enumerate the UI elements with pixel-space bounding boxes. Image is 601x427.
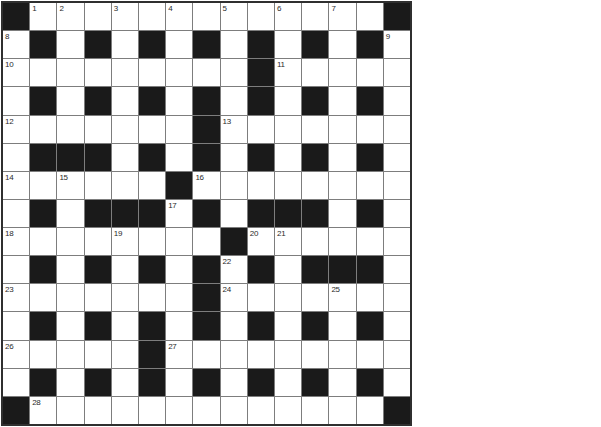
white-cell-r2c1[interactable] (30, 59, 56, 86)
block-cell-r3c1 (30, 87, 56, 114)
white-cell-r0c4[interactable]: 3 (112, 3, 138, 30)
white-cell-r13c2[interactable] (57, 369, 83, 396)
block-cell-r11c11 (302, 312, 328, 339)
clue-number-27: 27 (168, 341, 176, 352)
block-cell-r1c9 (248, 31, 274, 58)
white-cell-r4c1[interactable] (30, 116, 56, 143)
white-cell-r12c9[interactable] (248, 341, 274, 368)
block-cell-r7c7 (193, 200, 219, 227)
white-cell-r3c12[interactable] (329, 87, 355, 114)
white-cell-r4c8[interactable]: 13 (221, 116, 247, 143)
white-cell-r8c11[interactable] (302, 228, 328, 255)
white-cell-r3c14[interactable] (384, 87, 410, 114)
white-cell-r9c0[interactable] (3, 256, 29, 283)
white-cell-r1c4[interactable] (112, 31, 138, 58)
white-cell-r10c6[interactable] (166, 284, 192, 311)
white-cell-r10c14[interactable] (384, 284, 410, 311)
white-cell-r6c9[interactable] (248, 172, 274, 199)
white-cell-r8c5[interactable] (139, 228, 165, 255)
white-cell-r6c5[interactable] (139, 172, 165, 199)
white-cell-r2c11[interactable] (302, 59, 328, 86)
white-cell-r1c6[interactable] (166, 31, 192, 58)
white-cell-r13c4[interactable] (112, 369, 138, 396)
white-cell-r10c10[interactable] (275, 284, 301, 311)
clue-number-17: 17 (168, 200, 176, 211)
white-cell-r12c14[interactable] (384, 341, 410, 368)
block-cell-r13c7 (193, 369, 219, 396)
white-cell-r0c10[interactable]: 6 (275, 3, 301, 30)
white-cell-r7c2[interactable] (57, 200, 83, 227)
white-cell-r10c1[interactable] (30, 284, 56, 311)
block-cell-r9c5 (139, 256, 165, 283)
clue-number-19: 19 (114, 228, 122, 239)
white-cell-r10c9[interactable] (248, 284, 274, 311)
white-cell-r8c2[interactable] (57, 228, 83, 255)
block-cell-r7c9 (248, 200, 274, 227)
white-cell-r5c0[interactable] (3, 144, 29, 171)
white-cell-r14c8[interactable] (221, 397, 247, 424)
white-cell-r3c6[interactable] (166, 87, 192, 114)
white-cell-r1c14[interactable]: 9 (384, 31, 410, 58)
white-cell-r10c5[interactable] (139, 284, 165, 311)
white-cell-r6c10[interactable] (275, 172, 301, 199)
block-cell-r13c1 (30, 369, 56, 396)
white-cell-r2c6[interactable] (166, 59, 192, 86)
white-cell-r0c5[interactable] (139, 3, 165, 30)
white-cell-r13c10[interactable] (275, 369, 301, 396)
white-cell-r14c10[interactable] (275, 397, 301, 424)
white-cell-r8c12[interactable] (329, 228, 355, 255)
white-cell-r6c0[interactable]: 14 (3, 172, 29, 199)
white-cell-r14c13[interactable] (357, 397, 383, 424)
white-cell-r9c8[interactable]: 22 (221, 256, 247, 283)
white-cell-r13c0[interactable] (3, 369, 29, 396)
block-cell-r13c9 (248, 369, 274, 396)
white-cell-r2c7[interactable] (193, 59, 219, 86)
white-cell-r6c1[interactable] (30, 172, 56, 199)
block-cell-r5c7 (193, 144, 219, 171)
white-cell-r11c4[interactable] (112, 312, 138, 339)
white-cell-r7c6[interactable]: 17 (166, 200, 192, 227)
white-cell-r14c2[interactable] (57, 397, 83, 424)
white-cell-r2c8[interactable] (221, 59, 247, 86)
block-cell-r5c13 (357, 144, 383, 171)
clue-number-26: 26 (5, 341, 13, 352)
white-cell-r4c3[interactable] (85, 116, 111, 143)
block-cell-r3c13 (357, 87, 383, 114)
white-cell-r1c10[interactable] (275, 31, 301, 58)
white-cell-r5c4[interactable] (112, 144, 138, 171)
white-cell-r12c12[interactable] (329, 341, 355, 368)
white-cell-r0c6[interactable]: 4 (166, 3, 192, 30)
white-cell-r4c2[interactable] (57, 116, 83, 143)
white-cell-r3c4[interactable] (112, 87, 138, 114)
white-cell-r8c3[interactable] (85, 228, 111, 255)
clue-number-7: 7 (331, 3, 335, 14)
clue-number-1: 1 (32, 3, 36, 14)
white-cell-r13c12[interactable] (329, 369, 355, 396)
block-cell-r10c7 (193, 284, 219, 311)
block-cell-r1c13 (357, 31, 383, 58)
block-cell-r3c11 (302, 87, 328, 114)
white-cell-r1c8[interactable] (221, 31, 247, 58)
white-cell-r0c2[interactable]: 2 (57, 3, 83, 30)
clue-number-12: 12 (5, 116, 13, 127)
block-cell-r5c9 (248, 144, 274, 171)
block-cell-r8c8 (221, 228, 247, 255)
white-cell-r3c0[interactable] (3, 87, 29, 114)
white-cell-r10c12[interactable]: 25 (329, 284, 355, 311)
block-cell-r5c3 (85, 144, 111, 171)
white-cell-r10c0[interactable]: 23 (3, 284, 29, 311)
white-cell-r14c1[interactable]: 28 (30, 397, 56, 424)
white-cell-r0c12[interactable]: 7 (329, 3, 355, 30)
white-cell-r12c0[interactable]: 26 (3, 341, 29, 368)
block-cell-r6c6 (166, 172, 192, 199)
block-cell-r13c3 (85, 369, 111, 396)
clue-number-28: 28 (32, 397, 40, 408)
white-cell-r12c7[interactable] (193, 341, 219, 368)
clue-number-18: 18 (5, 228, 13, 239)
block-cell-r1c1 (30, 31, 56, 58)
block-cell-r7c13 (357, 200, 383, 227)
block-cell-r9c11 (302, 256, 328, 283)
white-cell-r2c3[interactable] (85, 59, 111, 86)
block-cell-r14c0 (3, 397, 29, 424)
clue-number-4: 4 (168, 3, 172, 14)
white-cell-r2c14[interactable] (384, 59, 410, 86)
white-cell-r12c10[interactable] (275, 341, 301, 368)
block-cell-r4c7 (193, 116, 219, 143)
white-cell-r2c0[interactable]: 10 (3, 59, 29, 86)
white-cell-r8c9[interactable]: 20 (248, 228, 274, 255)
white-cell-r5c14[interactable] (384, 144, 410, 171)
white-cell-r0c9[interactable] (248, 3, 274, 30)
white-cell-r8c6[interactable] (166, 228, 192, 255)
white-cell-r3c8[interactable] (221, 87, 247, 114)
block-cell-r1c3 (85, 31, 111, 58)
white-cell-r7c8[interactable] (221, 200, 247, 227)
clue-number-9: 9 (386, 31, 390, 42)
block-cell-r11c7 (193, 312, 219, 339)
white-cell-r8c7[interactable] (193, 228, 219, 255)
block-cell-r5c1 (30, 144, 56, 171)
white-cell-r2c10[interactable]: 11 (275, 59, 301, 86)
white-cell-r12c4[interactable] (112, 341, 138, 368)
white-cell-r13c6[interactable] (166, 369, 192, 396)
white-cell-r11c6[interactable] (166, 312, 192, 339)
clue-number-2: 2 (59, 3, 63, 14)
white-cell-r0c11[interactable] (302, 3, 328, 30)
white-cell-r11c10[interactable] (275, 312, 301, 339)
block-cell-r9c1 (30, 256, 56, 283)
block-cell-r11c13 (357, 312, 383, 339)
block-cell-r5c11 (302, 144, 328, 171)
block-cell-r2c9 (248, 59, 274, 86)
white-cell-r11c2[interactable] (57, 312, 83, 339)
white-cell-r9c14[interactable] (384, 256, 410, 283)
white-cell-r12c2[interactable] (57, 341, 83, 368)
white-cell-r6c3[interactable] (85, 172, 111, 199)
white-cell-r14c12[interactable] (329, 397, 355, 424)
clue-number-16: 16 (195, 172, 203, 183)
white-cell-r4c11[interactable] (302, 116, 328, 143)
clue-number-25: 25 (331, 284, 339, 295)
white-cell-r5c6[interactable] (166, 144, 192, 171)
clue-number-11: 11 (277, 59, 285, 70)
block-cell-r3c5 (139, 87, 165, 114)
white-cell-r5c12[interactable] (329, 144, 355, 171)
white-cell-r2c5[interactable] (139, 59, 165, 86)
white-cell-r2c12[interactable] (329, 59, 355, 86)
white-cell-r6c11[interactable] (302, 172, 328, 199)
block-cell-r9c3 (85, 256, 111, 283)
white-cell-r10c11[interactable] (302, 284, 328, 311)
white-cell-r1c12[interactable] (329, 31, 355, 58)
white-cell-r6c2[interactable]: 15 (57, 172, 83, 199)
white-cell-r4c12[interactable] (329, 116, 355, 143)
white-cell-r10c13[interactable] (357, 284, 383, 311)
white-cell-r4c0[interactable]: 12 (3, 116, 29, 143)
white-cell-r11c0[interactable] (3, 312, 29, 339)
white-cell-r4c10[interactable] (275, 116, 301, 143)
white-cell-r2c4[interactable] (112, 59, 138, 86)
white-cell-r1c2[interactable] (57, 31, 83, 58)
block-cell-r3c3 (85, 87, 111, 114)
block-cell-r7c3 (85, 200, 111, 227)
white-cell-r10c4[interactable] (112, 284, 138, 311)
block-cell-r7c10 (275, 200, 301, 227)
white-cell-r4c13[interactable] (357, 116, 383, 143)
white-cell-r5c8[interactable] (221, 144, 247, 171)
white-cell-r14c11[interactable] (302, 397, 328, 424)
clue-number-8: 8 (5, 31, 9, 42)
crossword-board: 1234567891011121314151617181920212223242… (1, 1, 412, 426)
white-cell-r4c4[interactable] (112, 116, 138, 143)
white-cell-r3c2[interactable] (57, 87, 83, 114)
white-cell-r11c8[interactable] (221, 312, 247, 339)
block-cell-r9c9 (248, 256, 274, 283)
block-cell-r7c11 (302, 200, 328, 227)
block-cell-r12c5 (139, 341, 165, 368)
block-cell-r1c11 (302, 31, 328, 58)
block-cell-r13c5 (139, 369, 165, 396)
white-cell-r7c14[interactable] (384, 200, 410, 227)
white-cell-r4c14[interactable] (384, 116, 410, 143)
block-cell-r9c12 (329, 256, 355, 283)
white-cell-r9c4[interactable] (112, 256, 138, 283)
white-cell-r0c3[interactable] (85, 3, 111, 30)
white-cell-r6c7[interactable]: 16 (193, 172, 219, 199)
block-cell-r1c5 (139, 31, 165, 58)
white-cell-r7c0[interactable] (3, 200, 29, 227)
block-cell-r11c1 (30, 312, 56, 339)
clue-number-22: 22 (223, 256, 231, 267)
white-cell-r10c3[interactable] (85, 284, 111, 311)
block-cell-r11c9 (248, 312, 274, 339)
white-cell-r10c2[interactable] (57, 284, 83, 311)
clue-number-3: 3 (114, 3, 118, 14)
white-cell-r11c14[interactable] (384, 312, 410, 339)
white-cell-r6c12[interactable] (329, 172, 355, 199)
white-cell-r9c10[interactable] (275, 256, 301, 283)
white-cell-r6c4[interactable] (112, 172, 138, 199)
white-cell-r0c13[interactable] (357, 3, 383, 30)
white-cell-r13c14[interactable] (384, 369, 410, 396)
block-cell-r1c7 (193, 31, 219, 58)
white-cell-r4c9[interactable] (248, 116, 274, 143)
block-cell-r3c7 (193, 87, 219, 114)
clue-number-13: 13 (223, 116, 231, 127)
white-cell-r5c10[interactable] (275, 144, 301, 171)
white-cell-r8c1[interactable] (30, 228, 56, 255)
block-cell-r0c14 (384, 3, 410, 30)
block-cell-r11c5 (139, 312, 165, 339)
white-cell-r6c13[interactable] (357, 172, 383, 199)
clue-number-6: 6 (277, 3, 281, 14)
white-cell-r0c1[interactable]: 1 (30, 3, 56, 30)
clue-number-23: 23 (5, 284, 13, 295)
white-cell-r14c5[interactable] (139, 397, 165, 424)
white-cell-r4c6[interactable] (166, 116, 192, 143)
clue-number-20: 20 (250, 228, 258, 239)
white-cell-r12c3[interactable] (85, 341, 111, 368)
block-cell-r13c11 (302, 369, 328, 396)
block-cell-r7c4 (112, 200, 138, 227)
white-cell-r8c13[interactable] (357, 228, 383, 255)
clue-number-21: 21 (277, 228, 285, 239)
block-cell-r7c1 (30, 200, 56, 227)
clue-number-24: 24 (223, 284, 231, 295)
block-cell-r11c3 (85, 312, 111, 339)
white-cell-r12c1[interactable] (30, 341, 56, 368)
white-cell-r0c8[interactable]: 5 (221, 3, 247, 30)
white-cell-r14c9[interactable] (248, 397, 274, 424)
white-cell-r6c8[interactable] (221, 172, 247, 199)
white-cell-r7c12[interactable] (329, 200, 355, 227)
white-cell-r12c6[interactable]: 27 (166, 341, 192, 368)
white-cell-r9c2[interactable] (57, 256, 83, 283)
white-cell-r8c0[interactable]: 18 (3, 228, 29, 255)
white-cell-r14c7[interactable] (193, 397, 219, 424)
white-cell-r1c0[interactable]: 8 (3, 31, 29, 58)
white-cell-r3c10[interactable] (275, 87, 301, 114)
block-cell-r3c9 (248, 87, 274, 114)
white-cell-r2c13[interactable] (357, 59, 383, 86)
white-cell-r13c8[interactable] (221, 369, 247, 396)
white-cell-r14c3[interactable] (85, 397, 111, 424)
block-cell-r14c14 (384, 397, 410, 424)
block-cell-r0c0 (3, 3, 29, 30)
clue-number-15: 15 (59, 172, 67, 183)
white-cell-r14c4[interactable] (112, 397, 138, 424)
white-cell-r8c10[interactable]: 21 (275, 228, 301, 255)
block-cell-r5c2 (57, 144, 83, 171)
white-cell-r10c8[interactable]: 24 (221, 284, 247, 311)
white-cell-r14c6[interactable] (166, 397, 192, 424)
block-cell-r9c13 (357, 256, 383, 283)
white-cell-r11c12[interactable] (329, 312, 355, 339)
clue-number-10: 10 (5, 59, 13, 70)
block-cell-r7c5 (139, 200, 165, 227)
white-cell-r12c11[interactable] (302, 341, 328, 368)
block-cell-r5c5 (139, 144, 165, 171)
white-cell-r12c13[interactable] (357, 341, 383, 368)
white-cell-r8c4[interactable]: 19 (112, 228, 138, 255)
white-cell-r0c7[interactable] (193, 3, 219, 30)
white-cell-r8c14[interactable] (384, 228, 410, 255)
white-cell-r6c14[interactable] (384, 172, 410, 199)
white-cell-r2c2[interactable] (57, 59, 83, 86)
clue-number-5: 5 (223, 3, 227, 14)
white-cell-r12c8[interactable] (221, 341, 247, 368)
clue-number-14: 14 (5, 172, 13, 183)
block-cell-r9c7 (193, 256, 219, 283)
block-cell-r13c13 (357, 369, 383, 396)
white-cell-r9c6[interactable] (166, 256, 192, 283)
white-cell-r4c5[interactable] (139, 116, 165, 143)
